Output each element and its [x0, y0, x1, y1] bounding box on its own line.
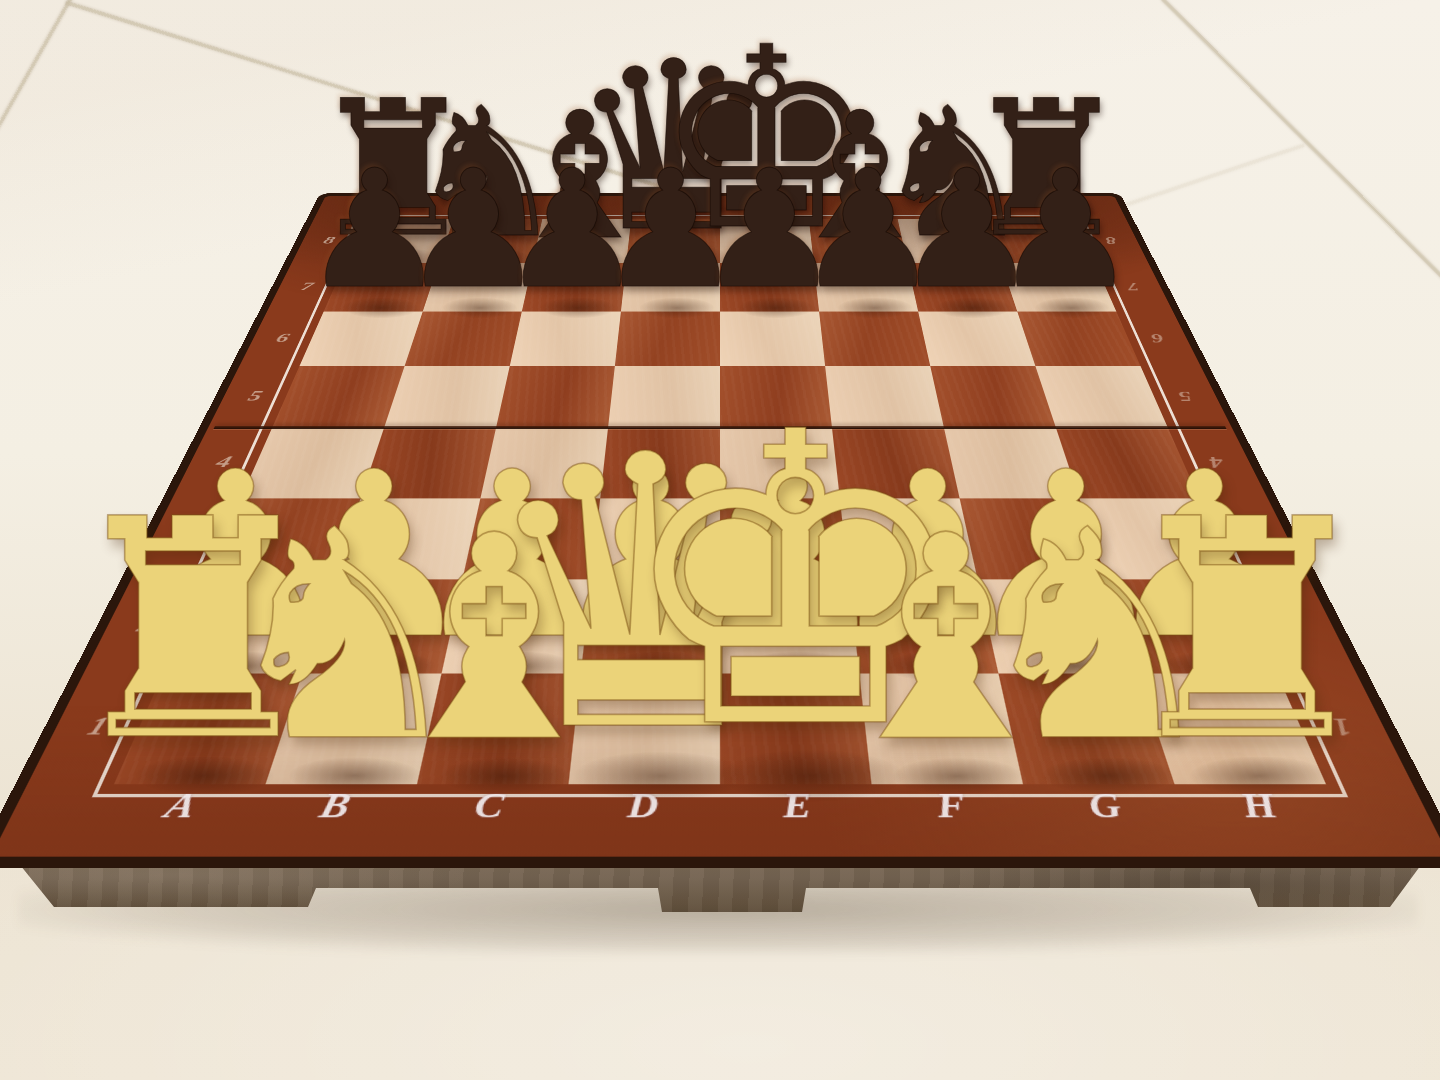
square-h8 — [987, 219, 1095, 263]
file-label-e: E — [720, 786, 878, 840]
square-a6 — [299, 312, 422, 367]
square-d5 — [608, 366, 720, 428]
scene: ABCDEFGH8877665544332211 ♜♞♝♛♚♝♞♜♟♟♟♟♟♟♟… — [0, 0, 1440, 1080]
tile-grout-line — [1161, 0, 1440, 281]
square-e1 — [720, 674, 872, 785]
square-h5 — [1035, 366, 1168, 428]
square-e5 — [720, 366, 832, 428]
square-d7 — [621, 263, 720, 312]
square-f1 — [859, 674, 1023, 785]
square-g8 — [898, 219, 1001, 263]
square-c3 — [462, 498, 600, 579]
file-label-c: C — [405, 786, 569, 840]
square-e6 — [720, 312, 825, 367]
board-hinge-seam — [213, 426, 1226, 429]
square-d6 — [615, 312, 720, 367]
square-d2 — [581, 579, 720, 673]
file-label-g: G — [1023, 786, 1193, 840]
square-e8 — [720, 219, 814, 263]
square-f4 — [832, 428, 960, 498]
square-e3 — [720, 498, 849, 579]
file-label-b: B — [247, 786, 417, 840]
square-b7 — [423, 263, 533, 312]
square-h6 — [1017, 312, 1140, 367]
square-d8 — [626, 219, 720, 263]
square-e7 — [720, 263, 819, 312]
square-g6 — [918, 312, 1035, 367]
square-b4 — [361, 428, 496, 498]
square-d3 — [591, 498, 720, 579]
square-f6 — [819, 312, 930, 367]
square-f7 — [814, 263, 918, 312]
square-e4 — [720, 428, 840, 498]
square-g5 — [930, 366, 1056, 428]
square-b5 — [384, 366, 510, 428]
square-h4 — [1056, 428, 1199, 498]
square-c7 — [522, 263, 626, 312]
square-c5 — [496, 366, 615, 428]
square-b3 — [334, 498, 481, 579]
file-label-d: D — [562, 786, 720, 840]
square-d1 — [568, 674, 720, 785]
square-a8 — [345, 219, 453, 263]
square-e2 — [720, 579, 859, 673]
file-label-a: A — [89, 786, 265, 840]
square-a4 — [241, 428, 384, 498]
tile-grout-line — [0, 0, 74, 131]
square-f3 — [840, 498, 978, 579]
square-b6 — [405, 312, 522, 367]
square-a5 — [272, 366, 405, 428]
file-label-h: H — [1175, 786, 1351, 840]
square-c8 — [533, 219, 632, 263]
square-h3 — [1079, 498, 1235, 579]
square-c6 — [510, 312, 621, 367]
square-f5 — [825, 366, 944, 428]
tile-grout-line — [1100, 144, 1305, 215]
square-c2 — [442, 579, 592, 673]
square-d4 — [600, 428, 720, 498]
tile-grout-line — [66, 1, 726, 208]
square-h7 — [1001, 263, 1116, 312]
square-f8 — [809, 219, 908, 263]
square-c1 — [417, 674, 581, 785]
square-g7 — [907, 263, 1017, 312]
square-a7 — [324, 263, 439, 312]
square-b8 — [439, 219, 542, 263]
file-label-f: F — [872, 786, 1036, 840]
square-f2 — [849, 579, 999, 673]
square-c4 — [480, 428, 608, 498]
